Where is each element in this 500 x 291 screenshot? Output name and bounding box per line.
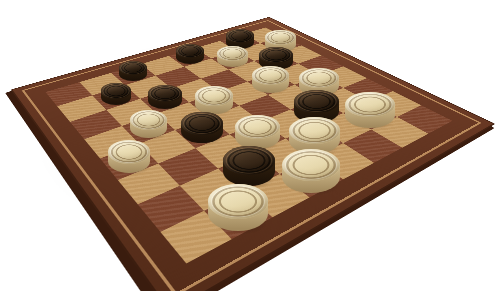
checker-top-face — [108, 140, 151, 164]
light-checker[interactable] — [195, 86, 232, 113]
light-checker[interactable] — [235, 115, 281, 149]
light-checker[interactable] — [345, 92, 394, 128]
checker-top-face — [195, 86, 232, 105]
checker-top-face — [176, 44, 205, 58]
checker-top-face — [208, 184, 269, 219]
light-checker[interactable] — [208, 184, 269, 232]
light-checker[interactable] — [252, 66, 289, 93]
light-checker[interactable] — [108, 140, 151, 173]
light-checker[interactable] — [282, 149, 340, 193]
dark-checker[interactable] — [119, 61, 147, 81]
light-checker[interactable] — [217, 46, 248, 68]
dark-checker[interactable] — [181, 112, 223, 143]
dark-checker[interactable] — [148, 85, 182, 110]
checker-top-face — [226, 29, 255, 43]
light-checker[interactable] — [130, 110, 168, 138]
checker-top-face — [181, 112, 223, 134]
dark-checker[interactable] — [101, 83, 132, 106]
checker-top-face — [299, 68, 340, 88]
checker-top-face — [223, 146, 275, 175]
checker-top-face — [148, 85, 182, 103]
checker-top-face — [289, 117, 340, 144]
dark-checker[interactable] — [176, 44, 205, 64]
checker-top-face — [345, 92, 394, 118]
checker-top-face — [282, 149, 340, 181]
checker-top-face — [217, 46, 248, 61]
checker-top-face — [101, 83, 132, 99]
board-photo-scene — [0, 0, 500, 291]
dark-checker[interactable] — [223, 146, 275, 186]
checker-top-face — [252, 66, 289, 85]
